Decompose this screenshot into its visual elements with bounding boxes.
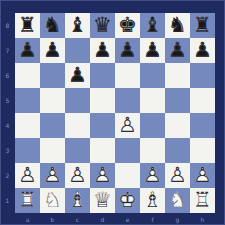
black-king-icon[interactable]: ♚♔ (115, 13, 140, 38)
white-rook-icon[interactable]: ♜♖ (15, 188, 40, 213)
piece-detail: ♖ (15, 188, 40, 213)
white-pawn-icon[interactable]: ♟♙ (40, 163, 65, 188)
square-e3[interactable] (115, 138, 140, 163)
square-f1[interactable]: ♝♗ (140, 188, 165, 213)
white-pawn-icon[interactable]: ♟♙ (190, 163, 215, 188)
square-g5[interactable] (165, 88, 190, 113)
file-label-b: b (40, 213, 65, 225)
square-f8[interactable]: ♝♗ (140, 13, 165, 38)
piece-detail: ♙ (140, 38, 165, 63)
white-pawn-icon[interactable]: ♟♙ (140, 163, 165, 188)
square-b8[interactable]: ♞♘ (40, 13, 65, 38)
square-e1[interactable]: ♚♔ (115, 188, 140, 213)
square-f6[interactable] (140, 63, 165, 88)
square-e4[interactable]: ♟♙ (115, 113, 140, 138)
square-f3[interactable] (140, 138, 165, 163)
square-d7[interactable]: ♟♙ (90, 38, 115, 63)
piece-detail: ♗ (140, 13, 165, 38)
piece-detail: ♕ (90, 188, 115, 213)
piece-detail: ♙ (90, 38, 115, 63)
square-c5[interactable] (65, 88, 90, 113)
piece-detail: ♙ (165, 38, 190, 63)
square-d3[interactable] (90, 138, 115, 163)
square-e6[interactable] (115, 63, 140, 88)
square-h5[interactable] (190, 88, 215, 113)
square-b6[interactable] (40, 63, 65, 88)
piece-detail: ♘ (165, 188, 190, 213)
piece-detail: ♙ (190, 38, 215, 63)
chess-board: ♜♖♞♘♝♗♛♕♚♔♝♗♞♘♜♖♟♙♟♙♟♙♟♙♟♙♟♙♟♙♟♙♟♙♟♙♟♙♟♙… (15, 13, 215, 213)
white-knight-icon[interactable]: ♞♘ (165, 188, 190, 213)
square-d5[interactable] (90, 88, 115, 113)
piece-detail: ♘ (40, 13, 65, 38)
square-e2[interactable] (115, 163, 140, 188)
square-d6[interactable] (90, 63, 115, 88)
square-c8[interactable]: ♝♗ (65, 13, 90, 38)
black-pawn-icon[interactable]: ♟♙ (15, 38, 40, 63)
square-d4[interactable] (90, 113, 115, 138)
black-pawn-icon[interactable]: ♟♙ (65, 63, 90, 88)
file-label-h: h (190, 213, 215, 225)
square-c7[interactable] (65, 38, 90, 63)
rank-label-6: 6 (0, 63, 15, 88)
square-d8[interactable]: ♛♕ (90, 13, 115, 38)
black-queen-icon[interactable]: ♛♕ (90, 13, 115, 38)
piece-detail: ♙ (65, 163, 90, 188)
piece-detail: ♙ (15, 38, 40, 63)
square-g7[interactable]: ♟♙ (165, 38, 190, 63)
black-pawn-icon[interactable]: ♟♙ (165, 38, 190, 63)
square-h3[interactable] (190, 138, 215, 163)
square-h2[interactable]: ♟♙ (190, 163, 215, 188)
piece-detail: ♖ (190, 188, 215, 213)
white-king-icon[interactable]: ♚♔ (115, 188, 140, 213)
black-bishop-icon[interactable]: ♝♗ (140, 13, 165, 38)
square-b5[interactable] (40, 88, 65, 113)
square-e5[interactable] (115, 88, 140, 113)
white-knight-icon[interactable]: ♞♘ (40, 188, 65, 213)
piece-detail: ♕ (90, 13, 115, 38)
piece-detail: ♙ (40, 163, 65, 188)
rank-label-7: 7 (0, 38, 15, 63)
square-d1[interactable]: ♛♕ (90, 188, 115, 213)
black-knight-icon[interactable]: ♞♘ (40, 13, 65, 38)
rank-label-3: 3 (0, 138, 15, 163)
piece-detail: ♗ (65, 13, 90, 38)
rank-label-5: 5 (0, 88, 15, 113)
square-e7[interactable]: ♟♙ (115, 38, 140, 63)
piece-detail: ♙ (140, 163, 165, 188)
rank-labels: 87654321 (0, 13, 15, 213)
square-g8[interactable]: ♞♘ (165, 13, 190, 38)
rank-label-8: 8 (0, 13, 15, 38)
white-bishop-icon[interactable]: ♝♗ (65, 188, 90, 213)
square-c6[interactable]: ♟♙ (65, 63, 90, 88)
square-f2[interactable]: ♟♙ (140, 163, 165, 188)
white-bishop-icon[interactable]: ♝♗ (140, 188, 165, 213)
square-h4[interactable] (190, 113, 215, 138)
piece-detail: ♙ (15, 163, 40, 188)
square-d2[interactable]: ♟♙ (90, 163, 115, 188)
square-a2[interactable]: ♟♙ (15, 163, 40, 188)
square-a6[interactable] (15, 63, 40, 88)
piece-detail: ♙ (40, 38, 65, 63)
white-pawn-icon[interactable]: ♟♙ (90, 163, 115, 188)
square-b3[interactable] (40, 138, 65, 163)
piece-detail: ♙ (165, 163, 190, 188)
piece-detail: ♘ (165, 13, 190, 38)
black-pawn-icon[interactable]: ♟♙ (140, 38, 165, 63)
rank-label-2: 2 (0, 163, 15, 188)
square-c2[interactable]: ♟♙ (65, 163, 90, 188)
square-g1[interactable]: ♞♘ (165, 188, 190, 213)
white-pawn-icon[interactable]: ♟♙ (115, 113, 140, 138)
file-label-a: a (15, 213, 40, 225)
square-a5[interactable] (15, 88, 40, 113)
square-b4[interactable] (40, 113, 65, 138)
piece-detail: ♗ (65, 188, 90, 213)
piece-detail: ♘ (40, 188, 65, 213)
square-e8[interactable]: ♚♔ (115, 13, 140, 38)
black-pawn-icon[interactable]: ♟♙ (40, 38, 65, 63)
black-rook-icon[interactable]: ♜♖ (15, 13, 40, 38)
black-bishop-icon[interactable]: ♝♗ (65, 13, 90, 38)
square-c3[interactable] (65, 138, 90, 163)
square-h7[interactable]: ♟♙ (190, 38, 215, 63)
black-pawn-icon[interactable]: ♟♙ (115, 38, 140, 63)
square-g3[interactable] (165, 138, 190, 163)
file-label-e: e (115, 213, 140, 225)
black-rook-icon[interactable]: ♜♖ (190, 13, 215, 38)
square-a4[interactable] (15, 113, 40, 138)
square-a1[interactable]: ♜♖ (15, 188, 40, 213)
piece-detail: ♙ (115, 113, 140, 138)
file-label-f: f (140, 213, 165, 225)
white-queen-icon[interactable]: ♛♕ (90, 188, 115, 213)
square-a7[interactable]: ♟♙ (15, 38, 40, 63)
square-f7[interactable]: ♟♙ (140, 38, 165, 63)
black-pawn-icon[interactable]: ♟♙ (90, 38, 115, 63)
rank-label-4: 4 (0, 113, 15, 138)
piece-detail: ♙ (190, 163, 215, 188)
piece-detail: ♙ (90, 163, 115, 188)
piece-detail: ♔ (115, 13, 140, 38)
black-pawn-icon[interactable]: ♟♙ (190, 38, 215, 63)
piece-detail: ♙ (115, 38, 140, 63)
square-b1[interactable]: ♞♘ (40, 188, 65, 213)
square-b2[interactable]: ♟♙ (40, 163, 65, 188)
white-pawn-icon[interactable]: ♟♙ (15, 163, 40, 188)
square-c1[interactable]: ♝♗ (65, 188, 90, 213)
file-labels: abcdefgh (15, 213, 215, 225)
white-rook-icon[interactable]: ♜♖ (190, 188, 215, 213)
piece-detail: ♔ (115, 188, 140, 213)
white-pawn-icon[interactable]: ♟♙ (165, 163, 190, 188)
chess-app-window: 87654321 ♜♖♞♘♝♗♛♕♚♔♝♗♞♘♜♖♟♙♟♙♟♙♟♙♟♙♟♙♟♙♟… (0, 0, 225, 225)
rank-label-1: 1 (0, 188, 15, 213)
square-g4[interactable] (165, 113, 190, 138)
white-pawn-icon[interactable]: ♟♙ (65, 163, 90, 188)
square-f5[interactable] (140, 88, 165, 113)
file-label-c: c (65, 213, 90, 225)
square-g2[interactable]: ♟♙ (165, 163, 190, 188)
piece-detail: ♖ (190, 13, 215, 38)
square-g6[interactable] (165, 63, 190, 88)
square-h6[interactable] (190, 63, 215, 88)
square-f4[interactable] (140, 113, 165, 138)
piece-detail: ♖ (15, 13, 40, 38)
black-knight-icon[interactable]: ♞♘ (165, 13, 190, 38)
square-h8[interactable]: ♜♖ (190, 13, 215, 38)
piece-detail: ♙ (65, 63, 90, 88)
square-b7[interactable]: ♟♙ (40, 38, 65, 63)
square-a8[interactable]: ♜♖ (15, 13, 40, 38)
square-h1[interactable]: ♜♖ (190, 188, 215, 213)
file-label-g: g (165, 213, 190, 225)
square-c4[interactable] (65, 113, 90, 138)
piece-detail: ♗ (140, 188, 165, 213)
file-label-d: d (90, 213, 115, 225)
square-a3[interactable] (15, 138, 40, 163)
